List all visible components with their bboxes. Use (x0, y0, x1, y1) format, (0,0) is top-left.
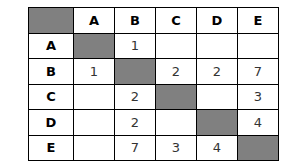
col-header-b: B (115, 8, 155, 33)
cell-ea (74, 136, 114, 161)
cell-bc: 2 (156, 59, 196, 84)
row-header-d: D (29, 110, 73, 135)
cell-ac (156, 34, 196, 59)
cell-ba: 1 (74, 59, 114, 84)
cell-ad (197, 34, 237, 59)
cell-bd: 2 (197, 59, 237, 84)
cell-aa (74, 34, 114, 59)
cell-db: 2 (115, 110, 155, 135)
row-header-b: B (29, 59, 73, 84)
corner-cell (29, 8, 73, 33)
cell-ce: 3 (238, 85, 278, 110)
cell-ae (238, 34, 278, 59)
cell-cb: 2 (115, 85, 155, 110)
cell-ee (238, 136, 278, 161)
adjacency-matrix-grid: ABCDEA1B1227C23D24E734 (28, 7, 279, 161)
cell-da (74, 110, 114, 135)
col-header-d: D (197, 8, 237, 33)
cell-be: 7 (238, 59, 278, 84)
row-header-a: A (29, 34, 73, 59)
cell-ab: 1 (115, 34, 155, 59)
cell-dd (197, 110, 237, 135)
cell-ec: 3 (156, 136, 196, 161)
cell-de: 4 (238, 110, 278, 135)
cell-eb: 7 (115, 136, 155, 161)
cell-dc (156, 110, 196, 135)
row-header-c: C (29, 85, 73, 110)
cell-cd (197, 85, 237, 110)
cell-ca (74, 85, 114, 110)
col-header-c: C (156, 8, 196, 33)
cell-cc (156, 85, 196, 110)
cell-bb (115, 59, 155, 84)
row-header-e: E (29, 136, 73, 161)
cell-ed: 4 (197, 136, 237, 161)
col-header-e: E (238, 8, 278, 33)
page: ABCDEA1B1227C23D24E734 (0, 0, 305, 168)
col-header-a: A (74, 8, 114, 33)
